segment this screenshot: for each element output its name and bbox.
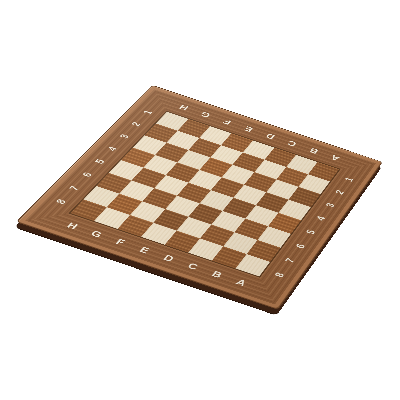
chessboard: HGFEDCBA HGFEDCBA 12345678 12345678: [16, 85, 383, 310]
board-frame: HGFEDCBA HGFEDCBA 12345678 12345678: [25, 89, 376, 304]
photo-stage: HGFEDCBA HGFEDCBA 12345678 12345678: [0, 0, 400, 400]
board-3d-wrapper: HGFEDCBA HGFEDCBA 12345678 12345678: [0, 0, 400, 400]
